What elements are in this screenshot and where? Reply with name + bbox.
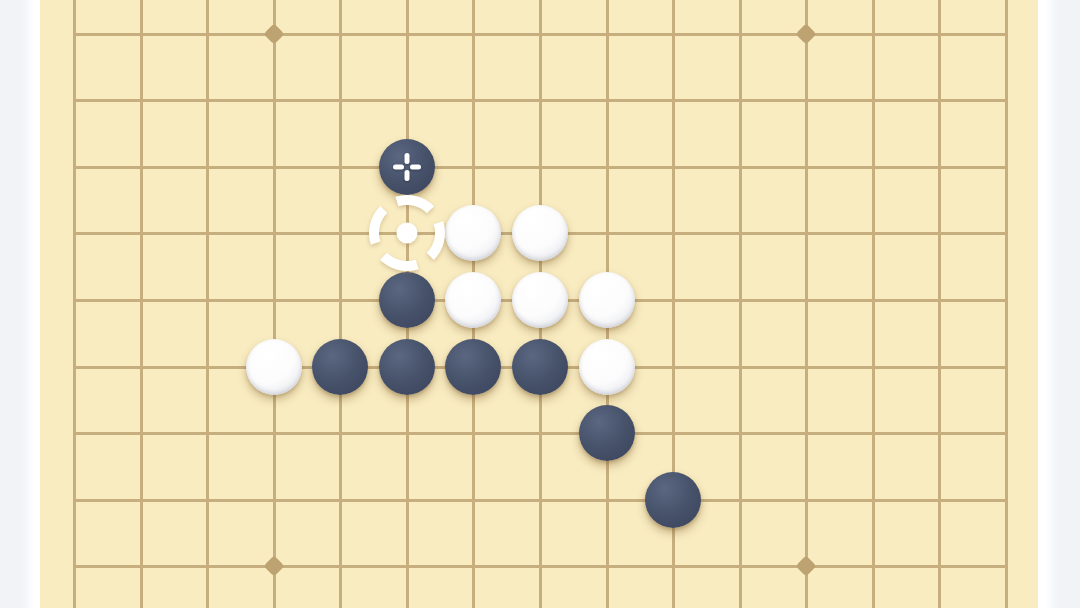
black-stone [379,139,435,195]
white-stone [512,272,568,328]
white-stone [246,339,302,395]
white-stone [445,205,501,261]
board[interactable] [40,0,1038,608]
black-stone [379,272,435,328]
black-stone [445,339,501,395]
white-stone [579,339,635,395]
black-stone [645,472,701,528]
white-stone [445,272,501,328]
black-stone [579,405,635,461]
black-stone [379,339,435,395]
white-stone [512,205,568,261]
white-stone [579,272,635,328]
black-stone [512,339,568,395]
black-stone [312,339,368,395]
game-viewport [0,0,1080,608]
